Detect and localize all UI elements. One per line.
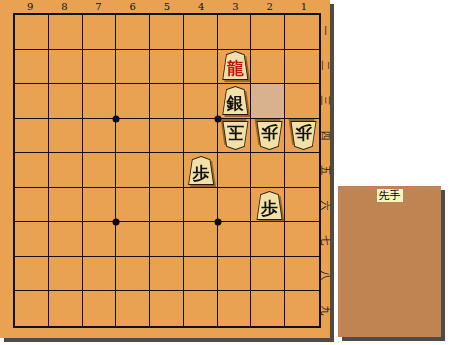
- board-cell[interactable]: [15, 15, 49, 50]
- board-cell[interactable]: [251, 257, 285, 292]
- board-cell[interactable]: [150, 153, 184, 188]
- shogi-piece-gote[interactable]: 歩: [290, 121, 317, 150]
- board-cell[interactable]: [184, 50, 218, 85]
- shogi-piece-sente[interactable]: 銀: [222, 86, 249, 115]
- shogi-piece-gote[interactable]: 歩: [256, 121, 283, 150]
- board-cell[interactable]: [184, 119, 218, 154]
- board-cell[interactable]: [49, 222, 83, 257]
- board-cell-highlighted[interactable]: [251, 84, 285, 119]
- board-cell[interactable]: [218, 15, 252, 50]
- file-label: 7: [81, 0, 115, 13]
- board-cell[interactable]: [49, 291, 83, 326]
- board-cell[interactable]: [150, 84, 184, 119]
- board-cell[interactable]: [116, 15, 150, 50]
- board-cell[interactable]: [116, 222, 150, 257]
- board-cell[interactable]: [15, 119, 49, 154]
- board-cell[interactable]: [184, 188, 218, 223]
- rank-labels: 一二三四五六七八九: [320, 13, 331, 328]
- board-cell[interactable]: [184, 222, 218, 257]
- board-cell[interactable]: [218, 291, 252, 326]
- piece-glyph: 龍: [222, 51, 249, 80]
- board-cell[interactable]: [15, 257, 49, 292]
- board-cell[interactable]: [49, 119, 83, 154]
- file-label: 3: [218, 0, 252, 13]
- hoshi-star-point: [214, 115, 221, 122]
- piece-glyph: 歩: [290, 121, 317, 150]
- board-cell[interactable]: [285, 153, 319, 188]
- board-cell[interactable]: [83, 119, 117, 154]
- board-cell[interactable]: [285, 84, 319, 119]
- board-cell[interactable]: [184, 84, 218, 119]
- board-cell[interactable]: [116, 257, 150, 292]
- file-labels: 987654321: [13, 0, 321, 13]
- board-cell[interactable]: [49, 257, 83, 292]
- board-cell[interactable]: [184, 257, 218, 292]
- board-cell[interactable]: [83, 50, 117, 85]
- board-cell[interactable]: [251, 15, 285, 50]
- shogi-piece-sente[interactable]: 歩: [256, 191, 283, 220]
- board-cell[interactable]: [83, 222, 117, 257]
- board-cell[interactable]: [184, 15, 218, 50]
- sente-komadai: 先手: [338, 186, 441, 337]
- file-label: 1: [287, 0, 321, 13]
- board-cell[interactable]: [218, 153, 252, 188]
- board-cell[interactable]: [49, 50, 83, 85]
- file-label: 2: [253, 0, 287, 13]
- board-cell[interactable]: [285, 188, 319, 223]
- board-cell[interactable]: [150, 291, 184, 326]
- shogi-piece-sente[interactable]: 歩: [188, 156, 215, 185]
- board-cell[interactable]: [251, 291, 285, 326]
- board-cell[interactable]: [285, 15, 319, 50]
- file-label: 5: [150, 0, 184, 13]
- board-cell[interactable]: [15, 222, 49, 257]
- board-cell[interactable]: [150, 257, 184, 292]
- board-cell[interactable]: [49, 15, 83, 50]
- piece-glyph: 歩: [256, 191, 283, 220]
- file-label: 4: [184, 0, 218, 13]
- board-cell[interactable]: [116, 50, 150, 85]
- hoshi-star-point: [113, 115, 120, 122]
- board-cell[interactable]: [150, 222, 184, 257]
- board-cell[interactable]: [285, 50, 319, 85]
- board-cell[interactable]: [15, 50, 49, 85]
- board-cell[interactable]: [218, 257, 252, 292]
- sente-komadai-label: 先手: [377, 189, 403, 202]
- shogi-board-panel: 987654321 一二三四五六七八九 龍銀玉歩歩歩歩: [0, 0, 330, 338]
- board-cell[interactable]: [83, 257, 117, 292]
- board-grid: [13, 13, 321, 328]
- board-cell[interactable]: [15, 84, 49, 119]
- board-cell[interactable]: [150, 15, 184, 50]
- board-cell[interactable]: [116, 119, 150, 154]
- board-cell[interactable]: [150, 50, 184, 85]
- file-label: 6: [116, 0, 150, 13]
- board-cell[interactable]: [83, 153, 117, 188]
- board-cell[interactable]: [116, 153, 150, 188]
- file-label: 9: [13, 0, 47, 13]
- shogi-piece-sente-promoted[interactable]: 龍: [222, 51, 249, 80]
- board-cell[interactable]: [116, 291, 150, 326]
- board-cell[interactable]: [285, 291, 319, 326]
- piece-glyph: 玉: [222, 121, 249, 150]
- board-cell[interactable]: [49, 84, 83, 119]
- board-cell[interactable]: [15, 153, 49, 188]
- board-cell[interactable]: [116, 188, 150, 223]
- board-cell[interactable]: [251, 222, 285, 257]
- board-cell[interactable]: [83, 15, 117, 50]
- hoshi-star-point: [214, 219, 221, 226]
- board-cell[interactable]: [251, 50, 285, 85]
- board-cell[interactable]: [49, 153, 83, 188]
- piece-glyph: 歩: [188, 156, 215, 185]
- shogi-piece-gote[interactable]: 玉: [222, 121, 249, 150]
- board-cell[interactable]: [285, 257, 319, 292]
- piece-glyph: 歩: [256, 121, 283, 150]
- board-cell[interactable]: [83, 84, 117, 119]
- hoshi-star-point: [113, 219, 120, 226]
- board-cell[interactable]: [218, 222, 252, 257]
- board-cell[interactable]: [184, 291, 218, 326]
- piece-glyph: 銀: [222, 86, 249, 115]
- board-cell[interactable]: [83, 291, 117, 326]
- board-cell[interactable]: [218, 188, 252, 223]
- board-cell[interactable]: [83, 188, 117, 223]
- board-cell[interactable]: [251, 153, 285, 188]
- board-cell[interactable]: [285, 222, 319, 257]
- board-cell[interactable]: [49, 188, 83, 223]
- board-cell[interactable]: [15, 291, 49, 326]
- board-cell[interactable]: [15, 188, 49, 223]
- file-label: 8: [47, 0, 81, 13]
- board-cell[interactable]: [116, 84, 150, 119]
- board-cell[interactable]: [150, 188, 184, 223]
- board-cell[interactable]: [150, 119, 184, 154]
